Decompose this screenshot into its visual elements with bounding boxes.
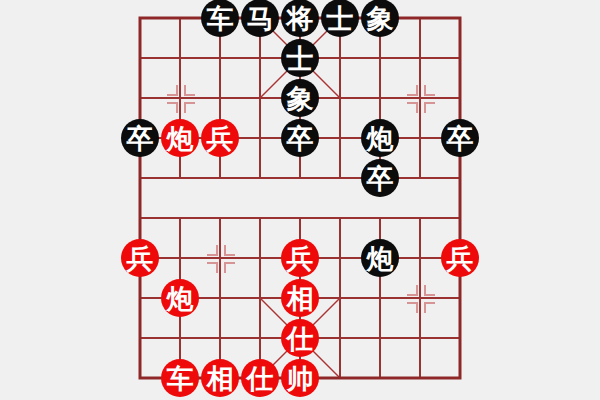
piece-black-n[interactable]: 马 <box>241 0 279 37</box>
intersection-e3[interactable]: 兵 <box>280 238 320 278</box>
piece-black-p[interactable]: 卒 <box>281 119 319 157</box>
intersection-i0[interactable] <box>440 358 480 398</box>
intersection-f3[interactable] <box>320 238 360 278</box>
piece-black-p[interactable]: 卒 <box>121 119 159 157</box>
piece-black-r[interactable]: 车 <box>201 0 239 37</box>
intersection-b5[interactable] <box>160 158 200 198</box>
intersection-d5[interactable] <box>240 158 280 198</box>
intersection-c1[interactable] <box>200 318 240 358</box>
intersection-i9[interactable] <box>440 0 480 38</box>
intersection-i5[interactable] <box>440 158 480 198</box>
piece-red-c[interactable]: 炮 <box>161 279 199 317</box>
intersection-a6[interactable]: 卒 <box>120 118 160 158</box>
intersection-f4[interactable] <box>320 198 360 238</box>
board-intersections: 车马将士象士象卒炮兵卒炮卒卒兵兵炮兵炮相仕车相仕帅 <box>120 0 480 398</box>
intersection-d1[interactable] <box>240 318 280 358</box>
intersection-h8[interactable] <box>400 38 440 78</box>
intersection-g3[interactable]: 炮 <box>360 238 400 278</box>
intersection-h9[interactable] <box>400 0 440 38</box>
intersection-d2[interactable] <box>240 278 280 318</box>
piece-red-p[interactable]: 兵 <box>201 119 239 157</box>
intersection-c2[interactable] <box>200 278 240 318</box>
intersection-a4[interactable] <box>120 198 160 238</box>
intersection-g4[interactable] <box>360 198 400 238</box>
piece-black-a[interactable]: 士 <box>281 39 319 77</box>
intersection-g2[interactable] <box>360 278 400 318</box>
intersection-e8[interactable]: 士 <box>280 38 320 78</box>
intersection-b3[interactable] <box>160 238 200 278</box>
intersection-f9[interactable]: 士 <box>320 0 360 38</box>
intersection-g9[interactable]: 象 <box>360 0 400 38</box>
intersection-f7[interactable] <box>320 78 360 118</box>
intersection-b9[interactable] <box>160 0 200 38</box>
intersection-b1[interactable] <box>160 318 200 358</box>
xiangqi-board: 车马将士象士象卒炮兵卒炮卒卒兵兵炮兵炮相仕车相仕帅 <box>0 0 600 400</box>
intersection-d6[interactable] <box>240 118 280 158</box>
intersection-h1[interactable] <box>400 318 440 358</box>
intersection-h5[interactable] <box>400 158 440 198</box>
piece-red-p[interactable]: 兵 <box>441 239 479 277</box>
piece-black-b[interactable]: 象 <box>361 0 399 37</box>
intersection-e0[interactable]: 帅 <box>280 358 320 398</box>
intersection-b7[interactable] <box>160 78 200 118</box>
intersection-c9[interactable]: 车 <box>200 0 240 38</box>
piece-black-k[interactable]: 将 <box>281 0 319 37</box>
piece-red-b[interactable]: 相 <box>281 279 319 317</box>
intersection-a3[interactable]: 兵 <box>120 238 160 278</box>
intersection-d4[interactable] <box>240 198 280 238</box>
intersection-h2[interactable] <box>400 278 440 318</box>
intersection-c4[interactable] <box>200 198 240 238</box>
intersection-g6[interactable]: 炮 <box>360 118 400 158</box>
intersection-a2[interactable] <box>120 278 160 318</box>
intersection-g1[interactable] <box>360 318 400 358</box>
intersection-e1[interactable]: 仕 <box>280 318 320 358</box>
intersection-i2[interactable] <box>440 278 480 318</box>
intersection-f5[interactable] <box>320 158 360 198</box>
intersection-b8[interactable] <box>160 38 200 78</box>
intersection-a0[interactable] <box>120 358 160 398</box>
intersection-d8[interactable] <box>240 38 280 78</box>
intersection-b6[interactable]: 炮 <box>160 118 200 158</box>
intersection-h7[interactable] <box>400 78 440 118</box>
intersection-c7[interactable] <box>200 78 240 118</box>
intersection-e2[interactable]: 相 <box>280 278 320 318</box>
intersection-a8[interactable] <box>120 38 160 78</box>
intersection-g7[interactable] <box>360 78 400 118</box>
intersection-c0[interactable]: 相 <box>200 358 240 398</box>
intersection-a5[interactable] <box>120 158 160 198</box>
intersection-h6[interactable] <box>400 118 440 158</box>
intersection-i3[interactable]: 兵 <box>440 238 480 278</box>
intersection-c5[interactable] <box>200 158 240 198</box>
piece-red-p[interactable]: 兵 <box>281 239 319 277</box>
piece-black-c[interactable]: 炮 <box>361 239 399 277</box>
intersection-h3[interactable] <box>400 238 440 278</box>
intersection-h4[interactable] <box>400 198 440 238</box>
intersection-d9[interactable]: 马 <box>240 0 280 38</box>
piece-red-c[interactable]: 炮 <box>161 119 199 157</box>
piece-black-p[interactable]: 卒 <box>361 159 399 197</box>
intersection-e5[interactable] <box>280 158 320 198</box>
intersection-i8[interactable] <box>440 38 480 78</box>
intersection-c8[interactable] <box>200 38 240 78</box>
piece-black-c[interactable]: 炮 <box>361 119 399 157</box>
intersection-f2[interactable] <box>320 278 360 318</box>
intersection-i4[interactable] <box>440 198 480 238</box>
intersection-a9[interactable] <box>120 0 160 38</box>
intersection-f1[interactable] <box>320 318 360 358</box>
intersection-f6[interactable] <box>320 118 360 158</box>
piece-red-p[interactable]: 兵 <box>121 239 159 277</box>
intersection-e4[interactable] <box>280 198 320 238</box>
intersection-i1[interactable] <box>440 318 480 358</box>
piece-red-a[interactable]: 仕 <box>281 319 319 357</box>
intersection-i6[interactable]: 卒 <box>440 118 480 158</box>
intersection-g8[interactable] <box>360 38 400 78</box>
piece-red-a[interactable]: 仕 <box>241 359 279 397</box>
intersection-b4[interactable] <box>160 198 200 238</box>
intersection-a1[interactable] <box>120 318 160 358</box>
intersection-d0[interactable]: 仕 <box>240 358 280 398</box>
intersection-b0[interactable]: 车 <box>160 358 200 398</box>
piece-red-k[interactable]: 帅 <box>281 359 319 397</box>
piece-red-b[interactable]: 相 <box>201 359 239 397</box>
intersection-h0[interactable] <box>400 358 440 398</box>
intersection-i7[interactable] <box>440 78 480 118</box>
intersection-a7[interactable] <box>120 78 160 118</box>
intersection-b2[interactable]: 炮 <box>160 278 200 318</box>
piece-black-p[interactable]: 卒 <box>441 119 479 157</box>
intersection-e9[interactable]: 将 <box>280 0 320 38</box>
intersection-g0[interactable] <box>360 358 400 398</box>
piece-black-b[interactable]: 象 <box>281 79 319 117</box>
piece-red-r[interactable]: 车 <box>161 359 199 397</box>
intersection-g5[interactable]: 卒 <box>360 158 400 198</box>
piece-black-a[interactable]: 士 <box>321 0 359 37</box>
intersection-f8[interactable] <box>320 38 360 78</box>
intersection-c3[interactable] <box>200 238 240 278</box>
intersection-d3[interactable] <box>240 238 280 278</box>
intersection-e6[interactable]: 卒 <box>280 118 320 158</box>
intersection-f0[interactable] <box>320 358 360 398</box>
intersection-d7[interactable] <box>240 78 280 118</box>
intersection-c6[interactable]: 兵 <box>200 118 240 158</box>
intersection-e7[interactable]: 象 <box>280 78 320 118</box>
